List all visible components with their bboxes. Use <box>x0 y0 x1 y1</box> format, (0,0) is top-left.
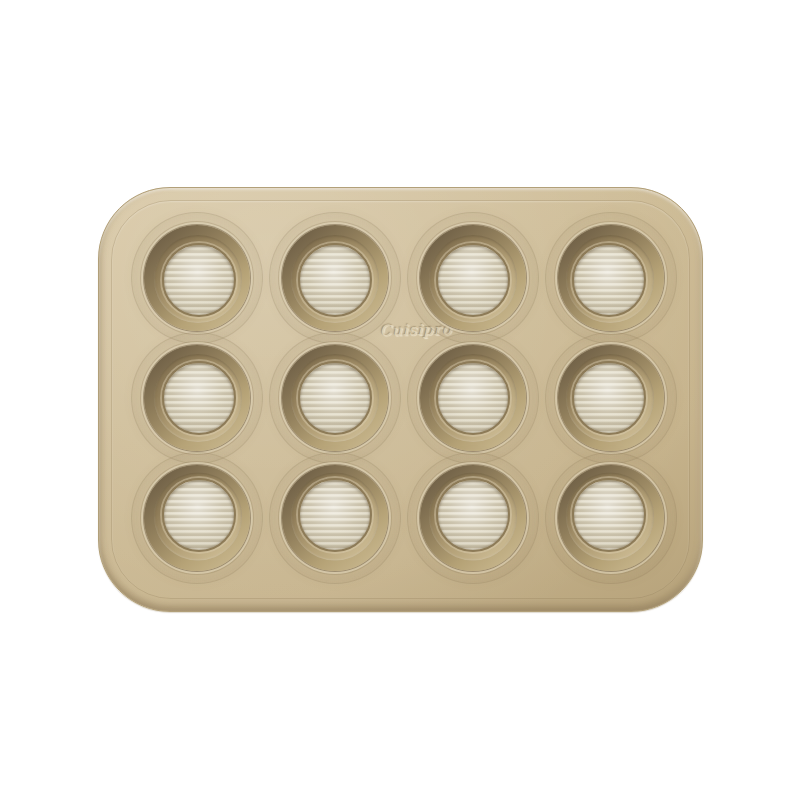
cup-cell <box>266 338 404 458</box>
ribbed-cup-bottom <box>162 478 236 552</box>
muffin-cup <box>420 465 526 571</box>
cup-cell <box>128 338 266 458</box>
muffin-cup <box>558 225 664 331</box>
ribbed-cup-bottom <box>436 361 510 435</box>
ribbed-cup-bottom <box>572 243 646 317</box>
ribbed-cup-bottom <box>572 361 646 435</box>
ribbed-cup-bottom <box>162 243 236 317</box>
cup-cell <box>266 458 404 578</box>
ribbed-cup-bottom <box>436 478 510 552</box>
ribbed-cup-bottom <box>572 478 646 552</box>
muffin-cup <box>420 225 526 331</box>
cup-cell <box>404 338 542 458</box>
ribbed-cup-bottom <box>298 243 372 317</box>
muffin-cup <box>144 465 250 571</box>
product-photo: Cuisipro <box>0 0 800 800</box>
cup-cell <box>128 458 266 578</box>
ribbed-cup-bottom <box>436 243 510 317</box>
cup-grid <box>128 218 680 578</box>
ribbed-cup-bottom <box>162 361 236 435</box>
cup-cell <box>128 218 266 338</box>
cup-cell <box>404 458 542 578</box>
muffin-cup <box>282 345 388 451</box>
cup-cell <box>542 338 680 458</box>
muffin-cup <box>558 465 664 571</box>
cup-cell <box>542 218 680 338</box>
ribbed-cup-bottom <box>298 478 372 552</box>
muffin-cup <box>282 465 388 571</box>
muffin-cup <box>282 225 388 331</box>
cup-cell <box>266 218 404 338</box>
cup-cell <box>404 218 542 338</box>
muffin-cup <box>144 225 250 331</box>
muffin-cup <box>558 345 664 451</box>
cup-cell <box>542 458 680 578</box>
muffin-cup <box>144 345 250 451</box>
ribbed-cup-bottom <box>298 361 372 435</box>
muffin-cup <box>420 345 526 451</box>
muffin-pan: Cuisipro <box>98 187 703 612</box>
